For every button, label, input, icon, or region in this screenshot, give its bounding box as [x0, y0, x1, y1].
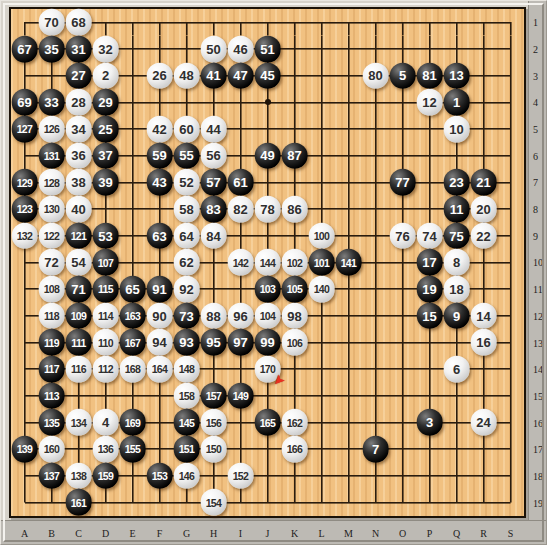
board-cell-L18[interactable]	[308, 462, 335, 489]
board-cell-E9[interactable]	[119, 222, 146, 249]
board-cell-P16[interactable]: 3	[416, 409, 443, 436]
board-cell-I12[interactable]: 96	[227, 302, 254, 329]
board-cell-F18[interactable]: 153	[146, 462, 173, 489]
board-cell-L13[interactable]	[308, 329, 335, 356]
board-cell-B6[interactable]: 131	[38, 142, 65, 169]
board-cell-E3[interactable]	[119, 62, 146, 89]
board-cell-O6[interactable]	[389, 142, 416, 169]
board-cell-D6[interactable]: 37	[92, 142, 119, 169]
board-cell-Q14[interactable]: 6	[443, 356, 470, 383]
board-cell-R3[interactable]	[470, 62, 497, 89]
board-cell-B19[interactable]	[38, 489, 65, 516]
board-cell-F2[interactable]	[146, 36, 173, 63]
board-cell-F5[interactable]: 42	[146, 116, 173, 143]
board-cell-P13[interactable]	[416, 329, 443, 356]
board-cell-J7[interactable]	[254, 169, 281, 196]
board-cell-D2[interactable]: 32	[92, 36, 119, 63]
board-cell-C15[interactable]	[65, 382, 92, 409]
board-cell-C16[interactable]: 134	[65, 409, 92, 436]
board-cell-B9[interactable]: 122	[38, 222, 65, 249]
board-cell-F1[interactable]	[146, 9, 173, 36]
board-cell-S10[interactable]	[497, 249, 524, 276]
board-cell-N16[interactable]	[362, 409, 389, 436]
board-cell-M13[interactable]	[335, 329, 362, 356]
board-cell-O17[interactable]	[389, 436, 416, 463]
board-cell-E4[interactable]	[119, 89, 146, 116]
board-cell-D10[interactable]: 107	[92, 249, 119, 276]
board-cell-F12[interactable]: 90	[146, 302, 173, 329]
board-cell-O8[interactable]	[389, 196, 416, 223]
board-cell-D12[interactable]: 114	[92, 302, 119, 329]
board-cell-R13[interactable]: 16	[470, 329, 497, 356]
board-cell-Q11[interactable]: 18	[443, 276, 470, 303]
board-cell-R16[interactable]: 24	[470, 409, 497, 436]
board-cell-I10[interactable]: 142	[227, 249, 254, 276]
board-cell-R17[interactable]	[470, 436, 497, 463]
board-cell-B4[interactable]: 33	[38, 89, 65, 116]
board-cell-S16[interactable]	[497, 409, 524, 436]
board-cell-J19[interactable]	[254, 489, 281, 516]
board-cell-J11[interactable]: 103	[254, 276, 281, 303]
board-cell-C12[interactable]: 109	[65, 302, 92, 329]
board-cell-K10[interactable]: 102	[281, 249, 308, 276]
board-cell-P7[interactable]	[416, 169, 443, 196]
board-cell-B13[interactable]: 119	[38, 329, 65, 356]
board-cell-P14[interactable]	[416, 356, 443, 383]
board-cell-I9[interactable]	[227, 222, 254, 249]
board-cell-M9[interactable]	[335, 222, 362, 249]
board-cell-K7[interactable]	[281, 169, 308, 196]
board-cell-S12[interactable]	[497, 302, 524, 329]
board-cell-E11[interactable]: 65	[119, 276, 146, 303]
board-cell-N2[interactable]	[362, 36, 389, 63]
board-cell-D17[interactable]: 136	[92, 436, 119, 463]
board-cell-P1[interactable]	[416, 9, 443, 36]
board-cell-Q13[interactable]	[443, 329, 470, 356]
board-cell-P19[interactable]	[416, 489, 443, 516]
board-cell-G19[interactable]	[173, 489, 200, 516]
board-cell-B3[interactable]	[38, 62, 65, 89]
board-cell-B11[interactable]: 108	[38, 276, 65, 303]
board-cell-M12[interactable]	[335, 302, 362, 329]
board-cell-A18[interactable]	[11, 462, 38, 489]
board-cell-B2[interactable]: 35	[38, 36, 65, 63]
board-cell-C7[interactable]: 38	[65, 169, 92, 196]
board-cell-B16[interactable]: 135	[38, 409, 65, 436]
board-cell-M3[interactable]	[335, 62, 362, 89]
board-cell-D5[interactable]: 25	[92, 116, 119, 143]
board-cell-N3[interactable]: 80	[362, 62, 389, 89]
board-cell-G14[interactable]: 148	[173, 356, 200, 383]
board-cell-P2[interactable]	[416, 36, 443, 63]
board-cell-J1[interactable]	[254, 9, 281, 36]
board-cell-R14[interactable]	[470, 356, 497, 383]
board-cell-A6[interactable]	[11, 142, 38, 169]
board-cell-O18[interactable]	[389, 462, 416, 489]
board-cell-M1[interactable]	[335, 9, 362, 36]
board-cell-L9[interactable]: 100	[308, 222, 335, 249]
board-cell-S18[interactable]	[497, 462, 524, 489]
board-cell-Q7[interactable]: 23	[443, 169, 470, 196]
board-cell-Q6[interactable]	[443, 142, 470, 169]
board-cell-N17[interactable]: 7	[362, 436, 389, 463]
board-cell-L11[interactable]: 140	[308, 276, 335, 303]
board-cell-F10[interactable]	[146, 249, 173, 276]
board-cell-P3[interactable]: 81	[416, 62, 443, 89]
board-cell-C6[interactable]: 36	[65, 142, 92, 169]
board-cell-S19[interactable]	[497, 489, 524, 516]
board-cell-C3[interactable]: 27	[65, 62, 92, 89]
board-cell-Q16[interactable]	[443, 409, 470, 436]
board-cell-O5[interactable]	[389, 116, 416, 143]
board-cell-H6[interactable]: 56	[200, 142, 227, 169]
board-cell-Q19[interactable]	[443, 489, 470, 516]
board-cell-G1[interactable]	[173, 9, 200, 36]
board-cell-D18[interactable]: 159	[92, 462, 119, 489]
board-cell-N8[interactable]	[362, 196, 389, 223]
board-cell-A16[interactable]	[11, 409, 38, 436]
board-cell-J12[interactable]: 104	[254, 302, 281, 329]
board-cell-R5[interactable]	[470, 116, 497, 143]
board-cell-L14[interactable]	[308, 356, 335, 383]
board-cell-C10[interactable]: 54	[65, 249, 92, 276]
board-cell-O15[interactable]	[389, 382, 416, 409]
board-cell-D19[interactable]	[92, 489, 119, 516]
board-cell-A9[interactable]: 132	[11, 222, 38, 249]
board-cell-P8[interactable]	[416, 196, 443, 223]
board-cell-O1[interactable]	[389, 9, 416, 36]
board-cell-E17[interactable]: 155	[119, 436, 146, 463]
board-cell-G2[interactable]	[173, 36, 200, 63]
board-cell-C17[interactable]	[65, 436, 92, 463]
board-cell-A13[interactable]	[11, 329, 38, 356]
board-cell-I4[interactable]	[227, 89, 254, 116]
board-cell-N15[interactable]	[362, 382, 389, 409]
board-cell-E6[interactable]	[119, 142, 146, 169]
board-cell-E18[interactable]	[119, 462, 146, 489]
board-cell-I13[interactable]: 97	[227, 329, 254, 356]
board-cell-F4[interactable]	[146, 89, 173, 116]
board-cell-S7[interactable]	[497, 169, 524, 196]
board-cell-H15[interactable]: 157	[200, 382, 227, 409]
board-cell-H5[interactable]: 44	[200, 116, 227, 143]
board-cell-H4[interactable]	[200, 89, 227, 116]
board-cell-H1[interactable]	[200, 9, 227, 36]
board-cell-I3[interactable]: 47	[227, 62, 254, 89]
board-cell-E14[interactable]: 168	[119, 356, 146, 383]
board-cell-H17[interactable]: 150	[200, 436, 227, 463]
board-cell-I11[interactable]	[227, 276, 254, 303]
board-cell-E13[interactable]: 167	[119, 329, 146, 356]
board-cell-P5[interactable]	[416, 116, 443, 143]
board-cell-I19[interactable]	[227, 489, 254, 516]
board-cell-S5[interactable]	[497, 116, 524, 143]
board-cell-M4[interactable]	[335, 89, 362, 116]
board-cell-C9[interactable]: 121	[65, 222, 92, 249]
board-cell-G15[interactable]: 158	[173, 382, 200, 409]
board-cell-L1[interactable]	[308, 9, 335, 36]
board-cell-D7[interactable]: 39	[92, 169, 119, 196]
board-cell-G9[interactable]: 64	[173, 222, 200, 249]
board-cell-K12[interactable]: 98	[281, 302, 308, 329]
board-cell-H13[interactable]: 95	[200, 329, 227, 356]
board-cell-L17[interactable]	[308, 436, 335, 463]
board-cell-R10[interactable]	[470, 249, 497, 276]
board-cell-S17[interactable]	[497, 436, 524, 463]
board-cell-S6[interactable]	[497, 142, 524, 169]
board-cell-H14[interactable]	[200, 356, 227, 383]
board-cell-E15[interactable]	[119, 382, 146, 409]
board-cell-K8[interactable]: 86	[281, 196, 308, 223]
board-cell-F9[interactable]: 63	[146, 222, 173, 249]
board-cell-Q18[interactable]	[443, 462, 470, 489]
board-cell-L7[interactable]	[308, 169, 335, 196]
board-cell-R7[interactable]: 21	[470, 169, 497, 196]
board-cell-M15[interactable]	[335, 382, 362, 409]
board-cell-D13[interactable]: 110	[92, 329, 119, 356]
board-cell-F11[interactable]: 91	[146, 276, 173, 303]
board-cell-G8[interactable]: 58	[173, 196, 200, 223]
board-cell-R12[interactable]: 14	[470, 302, 497, 329]
board-cell-M17[interactable]	[335, 436, 362, 463]
board-cell-E7[interactable]	[119, 169, 146, 196]
board-cell-A2[interactable]: 67	[11, 36, 38, 63]
board-cell-K11[interactable]: 105	[281, 276, 308, 303]
board-cell-A8[interactable]: 123	[11, 196, 38, 223]
board-cell-O9[interactable]: 76	[389, 222, 416, 249]
board-cell-E8[interactable]	[119, 196, 146, 223]
board-cell-M19[interactable]	[335, 489, 362, 516]
board-cell-B8[interactable]: 130	[38, 196, 65, 223]
board-cell-S3[interactable]	[497, 62, 524, 89]
board-cell-A15[interactable]	[11, 382, 38, 409]
board-cell-S13[interactable]	[497, 329, 524, 356]
board-cell-K15[interactable]	[281, 382, 308, 409]
board-cell-A4[interactable]: 69	[11, 89, 38, 116]
board-cell-A14[interactable]	[11, 356, 38, 383]
board-cell-F16[interactable]	[146, 409, 173, 436]
board-cell-J13[interactable]: 99	[254, 329, 281, 356]
board-cell-K2[interactable]	[281, 36, 308, 63]
board-cell-M5[interactable]	[335, 116, 362, 143]
board-cell-K5[interactable]	[281, 116, 308, 143]
board-cell-Q9[interactable]: 75	[443, 222, 470, 249]
board-cell-P12[interactable]: 15	[416, 302, 443, 329]
board-cell-N6[interactable]	[362, 142, 389, 169]
board-cell-R2[interactable]	[470, 36, 497, 63]
board-cell-I17[interactable]	[227, 436, 254, 463]
board-cell-E16[interactable]: 169	[119, 409, 146, 436]
board-cell-O10[interactable]	[389, 249, 416, 276]
board-cell-M6[interactable]	[335, 142, 362, 169]
board-cell-O13[interactable]	[389, 329, 416, 356]
board-cell-P18[interactable]	[416, 462, 443, 489]
board-cell-J17[interactable]	[254, 436, 281, 463]
board-cell-H19[interactable]: 154	[200, 489, 227, 516]
board-cell-L2[interactable]	[308, 36, 335, 63]
board-cell-E1[interactable]	[119, 9, 146, 36]
board-cell-S9[interactable]	[497, 222, 524, 249]
board-cell-E5[interactable]	[119, 116, 146, 143]
board-cell-I14[interactable]	[227, 356, 254, 383]
board-cell-F8[interactable]	[146, 196, 173, 223]
board-cell-B7[interactable]: 128	[38, 169, 65, 196]
board-cell-L3[interactable]	[308, 62, 335, 89]
board-cell-R19[interactable]	[470, 489, 497, 516]
board-cell-F13[interactable]: 94	[146, 329, 173, 356]
board-cell-P17[interactable]	[416, 436, 443, 463]
board-cell-K14[interactable]	[281, 356, 308, 383]
board-cell-A3[interactable]	[11, 62, 38, 89]
board-cell-N14[interactable]	[362, 356, 389, 383]
board-cell-L19[interactable]	[308, 489, 335, 516]
board-cell-F7[interactable]: 43	[146, 169, 173, 196]
board-cell-L12[interactable]	[308, 302, 335, 329]
board-cell-B15[interactable]: 113	[38, 382, 65, 409]
board-cell-B12[interactable]: 118	[38, 302, 65, 329]
board-cell-K4[interactable]	[281, 89, 308, 116]
board-cell-H3[interactable]: 41	[200, 62, 227, 89]
board-cell-L8[interactable]	[308, 196, 335, 223]
board-cell-O19[interactable]	[389, 489, 416, 516]
board-cell-D14[interactable]: 112	[92, 356, 119, 383]
board-cell-Q4[interactable]: 1	[443, 89, 470, 116]
board-cell-R18[interactable]	[470, 462, 497, 489]
board-cell-R6[interactable]	[470, 142, 497, 169]
board-cell-D1[interactable]	[92, 9, 119, 36]
board-cell-Q2[interactable]	[443, 36, 470, 63]
board-cell-B5[interactable]: 126	[38, 116, 65, 143]
board-cell-K17[interactable]: 166	[281, 436, 308, 463]
board-cell-F15[interactable]	[146, 382, 173, 409]
board-cell-Q12[interactable]: 9	[443, 302, 470, 329]
board-cell-M8[interactable]	[335, 196, 362, 223]
board-cell-Q10[interactable]: 8	[443, 249, 470, 276]
board-cell-N12[interactable]	[362, 302, 389, 329]
board-cell-O16[interactable]	[389, 409, 416, 436]
board-cell-G4[interactable]	[173, 89, 200, 116]
board-cell-K9[interactable]	[281, 222, 308, 249]
board-cell-L6[interactable]	[308, 142, 335, 169]
board-cell-H7[interactable]: 57	[200, 169, 227, 196]
board-cell-O12[interactable]	[389, 302, 416, 329]
board-cell-N19[interactable]	[362, 489, 389, 516]
board-cell-F6[interactable]: 59	[146, 142, 173, 169]
board-cell-G18[interactable]: 146	[173, 462, 200, 489]
board-cell-N4[interactable]	[362, 89, 389, 116]
board-cell-A10[interactable]	[11, 249, 38, 276]
board-cell-F17[interactable]	[146, 436, 173, 463]
board-cell-Q1[interactable]	[443, 9, 470, 36]
board-cell-O11[interactable]	[389, 276, 416, 303]
board-cell-R15[interactable]	[470, 382, 497, 409]
board-cell-E2[interactable]	[119, 36, 146, 63]
board-cell-J3[interactable]: 45	[254, 62, 281, 89]
board-cell-H2[interactable]: 50	[200, 36, 227, 63]
board-cell-B10[interactable]: 72	[38, 249, 65, 276]
board-cell-H16[interactable]: 156	[200, 409, 227, 436]
board-cell-O4[interactable]	[389, 89, 416, 116]
board-cell-S2[interactable]	[497, 36, 524, 63]
board-cell-O7[interactable]: 77	[389, 169, 416, 196]
board-cell-M14[interactable]	[335, 356, 362, 383]
board-cell-A5[interactable]: 127	[11, 116, 38, 143]
board-cell-R1[interactable]	[470, 9, 497, 36]
board-cell-C1[interactable]: 68	[65, 9, 92, 36]
board-cell-F19[interactable]	[146, 489, 173, 516]
board-cell-O3[interactable]: 5	[389, 62, 416, 89]
board-cell-Q15[interactable]	[443, 382, 470, 409]
board-cell-C2[interactable]: 31	[65, 36, 92, 63]
board-cell-S8[interactable]	[497, 196, 524, 223]
board-cell-P10[interactable]: 17	[416, 249, 443, 276]
board-cell-R9[interactable]: 22	[470, 222, 497, 249]
board-cell-P9[interactable]: 74	[416, 222, 443, 249]
board-cell-J16[interactable]: 165	[254, 409, 281, 436]
board-cell-K13[interactable]: 106	[281, 329, 308, 356]
board-cell-L4[interactable]	[308, 89, 335, 116]
board-cell-I15[interactable]: 149	[227, 382, 254, 409]
board-cell-P4[interactable]: 12	[416, 89, 443, 116]
board-cell-J2[interactable]: 51	[254, 36, 281, 63]
board-cell-D11[interactable]: 115	[92, 276, 119, 303]
board-cell-C8[interactable]: 40	[65, 196, 92, 223]
board-cell-C18[interactable]: 138	[65, 462, 92, 489]
board-cell-C5[interactable]: 34	[65, 116, 92, 143]
board-cell-I6[interactable]	[227, 142, 254, 169]
board-cell-N7[interactable]	[362, 169, 389, 196]
board-cell-O14[interactable]	[389, 356, 416, 383]
board-cell-E10[interactable]	[119, 249, 146, 276]
board-cell-A17[interactable]: 139	[11, 436, 38, 463]
board-cell-J8[interactable]: 78	[254, 196, 281, 223]
board-cell-S11[interactable]	[497, 276, 524, 303]
board-cell-A19[interactable]	[11, 489, 38, 516]
board-cell-P11[interactable]: 19	[416, 276, 443, 303]
board-cell-B14[interactable]: 117	[38, 356, 65, 383]
board-cell-G7[interactable]: 52	[173, 169, 200, 196]
board-cell-G10[interactable]: 62	[173, 249, 200, 276]
board-cell-I18[interactable]: 152	[227, 462, 254, 489]
board-cell-H10[interactable]	[200, 249, 227, 276]
board-cell-M2[interactable]	[335, 36, 362, 63]
board-cell-Q17[interactable]	[443, 436, 470, 463]
board-cell-D9[interactable]: 53	[92, 222, 119, 249]
board-cell-Q5[interactable]: 10	[443, 116, 470, 143]
board-cell-B1[interactable]: 70	[38, 9, 65, 36]
board-cell-G6[interactable]: 55	[173, 142, 200, 169]
board-cell-G16[interactable]: 145	[173, 409, 200, 436]
board-cell-K18[interactable]	[281, 462, 308, 489]
board-cell-N10[interactable]	[362, 249, 389, 276]
board-cell-S1[interactable]	[497, 9, 524, 36]
board-cell-H8[interactable]: 83	[200, 196, 227, 223]
board-cell-F14[interactable]: 164	[146, 356, 173, 383]
board-cell-A12[interactable]	[11, 302, 38, 329]
board-cell-H18[interactable]	[200, 462, 227, 489]
board-cell-S14[interactable]	[497, 356, 524, 383]
board-cell-E19[interactable]	[119, 489, 146, 516]
board-cell-I5[interactable]	[227, 116, 254, 143]
board-cell-B17[interactable]: 160	[38, 436, 65, 463]
board-cell-E12[interactable]: 163	[119, 302, 146, 329]
board-cell-L5[interactable]	[308, 116, 335, 143]
board-cell-B18[interactable]: 137	[38, 462, 65, 489]
board-cell-I16[interactable]	[227, 409, 254, 436]
board-cell-S4[interactable]	[497, 89, 524, 116]
board-cell-P15[interactable]	[416, 382, 443, 409]
board-cell-M16[interactable]	[335, 409, 362, 436]
